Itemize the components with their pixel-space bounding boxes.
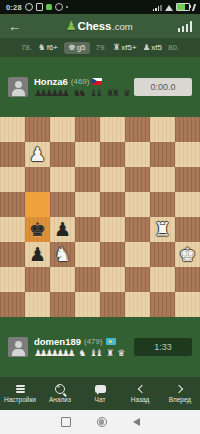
square-c8[interactable] xyxy=(125,292,150,317)
nav-label: Вперед xyxy=(169,396,191,403)
czech-flag-icon xyxy=(92,78,102,85)
nav-label: Анализ xyxy=(49,396,71,403)
square-c2[interactable] xyxy=(125,142,150,167)
square-f3[interactable] xyxy=(50,167,75,192)
square-e3[interactable] xyxy=(75,167,100,192)
square-g6[interactable]: ♟ xyxy=(25,242,50,267)
square-c4[interactable] xyxy=(125,192,150,217)
nav-item-chat-bubble[interactable]: Чат xyxy=(80,384,120,403)
player-top-avatar[interactable] xyxy=(8,77,28,97)
player-top-row: Honza6 (469) ♟♟♟♟♟♟♞♞♝♝♜♜♛+7 0:00.0 xyxy=(0,57,200,117)
square-e4[interactable] xyxy=(75,192,100,217)
square-h5[interactable] xyxy=(0,217,25,242)
square-e7[interactable] xyxy=(75,267,100,292)
chess-board: ♟♚♟♜♟♞♚ xyxy=(0,117,200,317)
charging-bolt-icon xyxy=(191,4,195,11)
settings-list-icon xyxy=(16,384,25,394)
rook-move-icon: ♜ xyxy=(113,43,121,52)
nav-label: Настройки xyxy=(4,396,36,403)
nav-label: Назад xyxy=(131,396,150,403)
square-b6[interactable] xyxy=(150,242,175,267)
square-h1[interactable] xyxy=(0,117,25,142)
piece-bK-g5: ♚ xyxy=(25,217,50,242)
square-e2[interactable] xyxy=(75,142,100,167)
square-c5[interactable] xyxy=(125,217,150,242)
square-d2[interactable] xyxy=(100,142,125,167)
square-b8[interactable] xyxy=(150,292,175,317)
square-a1[interactable] xyxy=(175,117,200,142)
nav-item-analysis-magnifier[interactable]: Анализ xyxy=(40,384,80,403)
nav-item-back-chevron[interactable]: Назад xyxy=(120,384,160,403)
move-knight-f6+[interactable]: ♞f6+ xyxy=(38,43,58,52)
piece-bP-f5: ♟ xyxy=(50,217,75,242)
chesscom-logo: ♟ Chess .com xyxy=(21,20,178,32)
chat-bubble-icon xyxy=(95,384,106,394)
player-bottom-info: domen189 (479) ♟♟♟♟♟♟♟♞♝♝♜♛ xyxy=(34,336,125,358)
square-g5[interactable]: ♚ xyxy=(25,217,50,242)
square-c1[interactable] xyxy=(125,117,150,142)
move-text: xf5 xyxy=(151,43,162,52)
piece-wN-f6: ♞ xyxy=(50,242,75,267)
square-f4[interactable] xyxy=(50,192,75,217)
android-recents-icon[interactable] xyxy=(61,417,71,427)
square-g1[interactable] xyxy=(25,117,50,142)
captured-piece-group: ♛ xyxy=(123,89,131,98)
piece-wK-a6: ♚ xyxy=(175,242,200,267)
captured-piece-group: ♟♟♟♟♟♟ xyxy=(34,89,70,98)
battery-icon xyxy=(176,3,190,11)
captured-piece-group: ♛ xyxy=(117,349,125,358)
chesscom-pawn-icon: ♟ xyxy=(66,20,77,32)
king-move-icon: ♚ xyxy=(68,43,76,52)
square-f7[interactable] xyxy=(50,267,75,292)
square-e8[interactable] xyxy=(75,292,100,317)
captured-piece-group: ♜ xyxy=(106,349,114,358)
square-h7[interactable] xyxy=(0,267,25,292)
player-top-info: Honza6 (469) ♟♟♟♟♟♟♞♞♝♝♜♜♛+7 xyxy=(34,76,134,98)
square-d7[interactable] xyxy=(100,267,125,292)
piece-wR-b5: ♜ xyxy=(150,217,175,242)
data-saver-icon xyxy=(55,3,63,11)
move-text: g5 xyxy=(77,43,86,52)
move-king-g5[interactable]: ♚g5 xyxy=(64,42,90,54)
square-g3[interactable] xyxy=(25,167,50,192)
forward-chevron-icon xyxy=(176,384,185,394)
player-bottom-row: domen189 (479) ♟♟♟♟♟♟♟♞♝♝♜♛ 1:33 xyxy=(0,317,200,377)
square-h8[interactable] xyxy=(0,292,25,317)
captured-piece-group: ♞♞ xyxy=(73,89,87,98)
square-g4[interactable] xyxy=(25,192,50,217)
player-bottom-name[interactable]: domen189 xyxy=(34,336,81,347)
nav-item-settings-list[interactable]: Настройки xyxy=(0,384,40,403)
stats-bars-icon[interactable] xyxy=(178,21,193,32)
notification-app-icon xyxy=(46,4,52,10)
player-top-clock: 0:00.0 xyxy=(134,78,192,96)
logo-text-chess: Chess xyxy=(78,20,112,32)
move-list: 78.♞f6+♚g579.♜xf5+♟xf580. xyxy=(0,38,200,57)
alarm-icon xyxy=(25,3,33,11)
back-arrow-button[interactable]: ← xyxy=(8,20,21,33)
square-d3[interactable] xyxy=(100,167,125,192)
move-rook-xf5+[interactable]: ♜xf5+ xyxy=(113,43,137,52)
square-c7[interactable] xyxy=(125,267,150,292)
back-chevron-icon xyxy=(136,384,145,394)
move-number: 78. xyxy=(21,43,32,52)
square-h4[interactable] xyxy=(0,192,25,217)
status-bar: 0:28 xyxy=(0,0,200,14)
android-nav-bar xyxy=(0,410,200,434)
square-f1[interactable] xyxy=(50,117,75,142)
move-number: 80. xyxy=(168,43,179,52)
app-screen: 0:28 ← ♟ Chess .com 78.♞f6+♚g579.♜xf5+♟x… xyxy=(0,0,200,434)
square-h2[interactable] xyxy=(0,142,25,167)
captured-piece-group: ♝♝ xyxy=(90,89,104,98)
square-g2[interactable]: ♟ xyxy=(25,142,50,167)
player-top-captured: ♟♟♟♟♟♟♞♞♝♝♜♜♛+7 xyxy=(34,89,134,98)
square-g7[interactable] xyxy=(25,267,50,292)
square-c3[interactable] xyxy=(125,167,150,192)
square-f6[interactable]: ♞ xyxy=(50,242,75,267)
square-a5[interactable] xyxy=(175,217,200,242)
captured-piece-group: ♟♟♟♟♟♟♟ xyxy=(34,349,75,358)
piece-bP-g6: ♟ xyxy=(25,242,50,267)
square-b5[interactable]: ♜ xyxy=(150,217,175,242)
square-e1[interactable] xyxy=(75,117,100,142)
more-notifications-dot-icon xyxy=(66,6,68,8)
timer-icon xyxy=(36,3,43,11)
square-a8[interactable] xyxy=(175,292,200,317)
nav-item-forward-chevron[interactable]: Вперед xyxy=(160,384,200,403)
square-d4[interactable] xyxy=(100,192,125,217)
android-back-icon[interactable] xyxy=(133,418,140,426)
square-h3[interactable] xyxy=(0,167,25,192)
move-text: f6+ xyxy=(47,43,58,52)
square-a6[interactable]: ♚ xyxy=(175,242,200,267)
move-number: 79. xyxy=(96,43,107,52)
square-a7[interactable] xyxy=(175,267,200,292)
status-time: 0:28 xyxy=(6,3,22,12)
player-bottom-captured: ♟♟♟♟♟♟♟♞♝♝♜♛ xyxy=(34,349,125,358)
square-c6[interactable] xyxy=(125,242,150,267)
wifi-icon xyxy=(165,5,173,11)
square-e6[interactable] xyxy=(75,242,100,267)
captured-piece-group: ♜♜ xyxy=(106,89,120,98)
kazakhstan-flag-icon xyxy=(106,338,116,345)
square-b7[interactable] xyxy=(150,267,175,292)
square-d5[interactable] xyxy=(100,217,125,242)
square-f8[interactable] xyxy=(50,292,75,317)
square-b1[interactable] xyxy=(150,117,175,142)
square-a3[interactable] xyxy=(175,167,200,192)
square-f2[interactable] xyxy=(50,142,75,167)
square-b4[interactable] xyxy=(150,192,175,217)
captured-piece-group: ♞ xyxy=(78,349,86,358)
captured-piece-group: ♝♝ xyxy=(90,349,104,358)
player-bottom-rating: (479) xyxy=(84,337,103,346)
player-bottom-clock: 1:33 xyxy=(134,338,192,356)
move-pawn-xf5[interactable]: ♟xf5 xyxy=(143,43,162,52)
square-g8[interactable] xyxy=(25,292,50,317)
square-d1[interactable] xyxy=(100,117,125,142)
pawn-move-icon: ♟ xyxy=(143,43,151,52)
nav-label: Чат xyxy=(95,396,106,403)
analysis-magnifier-icon xyxy=(55,384,65,394)
player-bottom-avatar[interactable] xyxy=(8,337,28,357)
square-e5[interactable] xyxy=(75,217,100,242)
piece-wP-g2: ♟ xyxy=(25,142,50,167)
cell-signal-icon xyxy=(153,5,162,12)
bottom-nav: НастройкиАнализЧатНазадВперед xyxy=(0,377,200,410)
player-top-rating: (469) xyxy=(71,77,90,86)
square-b3[interactable] xyxy=(150,167,175,192)
status-left: 0:28 xyxy=(6,3,68,12)
player-top-name[interactable]: Honza6 xyxy=(34,76,68,87)
square-h6[interactable] xyxy=(0,242,25,267)
square-a2[interactable] xyxy=(175,142,200,167)
knight-move-icon: ♞ xyxy=(38,43,46,52)
square-a4[interactable] xyxy=(175,192,200,217)
move-text: xf5+ xyxy=(121,43,136,52)
square-f5[interactable]: ♟ xyxy=(50,217,75,242)
status-right xyxy=(153,3,195,11)
square-b2[interactable] xyxy=(150,142,175,167)
square-d8[interactable] xyxy=(100,292,125,317)
android-home-icon[interactable] xyxy=(97,417,107,427)
logo-text-com: .com xyxy=(112,21,133,32)
app-header: ← ♟ Chess .com xyxy=(0,14,200,38)
square-d6[interactable] xyxy=(100,242,125,267)
